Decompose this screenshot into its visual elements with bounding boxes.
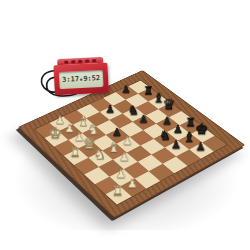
piece-white-P-f3[interactable]: ♟ (119, 151, 129, 162)
clock-display: 3:17 ▪ 9:52 (59, 69, 104, 88)
piece-black-K-g8[interactable]: ♚ (195, 122, 208, 137)
clock-button[interactable] (92, 59, 96, 62)
piece-black-P-f7[interactable]: ♟ (173, 124, 183, 135)
piece-white-R-d1[interactable]: ♜ (69, 146, 80, 158)
clock-button[interactable] (78, 59, 82, 62)
piece-white-P-g2[interactable]: ♟ (116, 168, 126, 180)
square-b1[interactable]: ♚ (45, 131, 69, 146)
piece-black-P-e7[interactable]: ♟ (162, 115, 172, 126)
piece-black-N-c6[interactable]: ♞ (127, 104, 138, 117)
square-h6[interactable] (176, 150, 201, 166)
piece-white-P-b2[interactable]: ♟ (64, 123, 74, 134)
piece-black-N-f6[interactable]: ♞ (159, 129, 171, 142)
piece-white-P-e4[interactable]: ♟ (122, 135, 132, 146)
square-h1[interactable]: ♜ (106, 186, 132, 204)
right-time: 9:52 (83, 74, 100, 83)
piece-black-P-h7[interactable]: ♟ (195, 141, 205, 152)
piece-black-P-d4[interactable]: ♟ (112, 127, 122, 138)
piece-black-P-d6[interactable]: ♟ (139, 114, 149, 125)
left-time: 3:17 (62, 75, 79, 84)
square-f1[interactable] (84, 167, 109, 184)
piece-white-K-b1[interactable]: ♚ (49, 126, 63, 141)
piece-black-P-g6[interactable]: ♟ (171, 139, 181, 150)
clock-button[interactable] (85, 59, 89, 62)
piece-white-R-h1[interactable]: ♜ (112, 184, 124, 197)
piece-black-P-a7[interactable]: ♟ (121, 84, 130, 94)
square-e1[interactable] (74, 158, 99, 175)
product-photo: ♜♝♛♜♚♟♟♟♝♟♞♟♞♟♟♟♟♝♞♝♟♟♟♟♛♞♟♟♚♜♜ 3:17 ▪ 9… (0, 0, 250, 250)
piece-white-N-e2[interactable]: ♞ (93, 147, 105, 160)
square-f5[interactable] (140, 139, 164, 155)
piece-white-P-h2[interactable]: ♟ (127, 177, 138, 189)
piece-white-B-e3[interactable]: ♝ (107, 139, 120, 153)
piece-black-P-b5[interactable]: ♟ (105, 104, 115, 115)
piece-black-B-g7[interactable]: ♝ (183, 129, 196, 143)
square-h5[interactable] (163, 157, 188, 174)
dgt-clock: 3:17 ▪ 9:52 (53, 57, 109, 96)
clock-button[interactable] (64, 60, 68, 63)
clock-button[interactable] (71, 60, 75, 63)
clock-body: 3:17 ▪ 9:52 (53, 63, 108, 96)
piece-black-R-f8[interactable]: ♜ (185, 116, 196, 128)
piece-black-Q-d8[interactable]: ♛ (162, 98, 175, 112)
